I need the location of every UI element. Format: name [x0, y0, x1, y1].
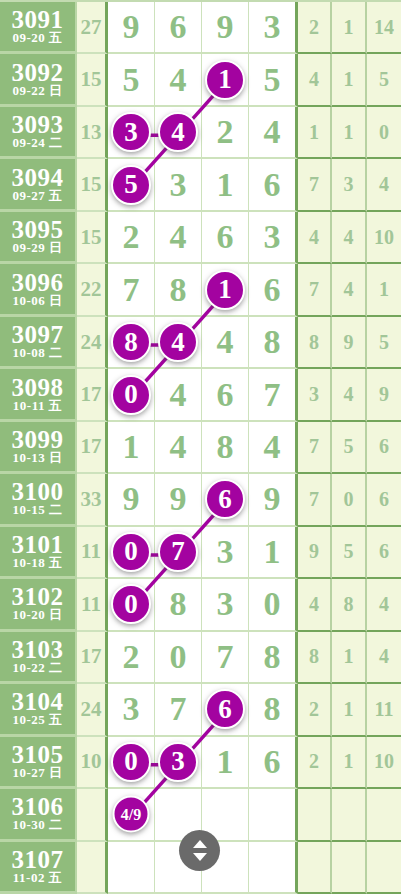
- draw-label-cell: 309610-06 日: [0, 264, 77, 316]
- table-row: 310110-18 五110731956: [0, 527, 401, 579]
- table-row: 310010-15 二339969706: [0, 474, 401, 526]
- digit-value: 3: [264, 218, 281, 256]
- draw-label-cell: 310410-25 五: [0, 684, 77, 736]
- digit-value: 7: [170, 690, 187, 728]
- stat-cell: 6: [367, 527, 401, 579]
- table-row: 309309-24 二133424110: [0, 107, 401, 159]
- digit-value: 7: [264, 376, 281, 414]
- digit-cell: 3: [108, 684, 155, 736]
- digit-value: 3: [217, 585, 234, 623]
- draw-label-cell: 309810-11 五: [0, 369, 77, 421]
- sum-cell: 10: [77, 737, 108, 789]
- circled-number: 6: [205, 689, 245, 729]
- sum-cell: 17: [77, 422, 108, 474]
- digit-cell: 8: [155, 579, 202, 631]
- draw-label-cell: 309409-27 五: [0, 159, 77, 211]
- digit-value: 0: [170, 638, 187, 676]
- digit-value: 4: [170, 61, 187, 99]
- digit-cell: 6: [155, 2, 202, 54]
- digit-cell: 0: [108, 579, 155, 631]
- digit-cell: 7: [155, 527, 202, 579]
- sum-cell: 27: [77, 2, 108, 54]
- stat-cell: 8: [298, 632, 332, 684]
- digit-cell: 5: [108, 159, 155, 211]
- date-label: 09-29 日: [12, 241, 62, 255]
- circled-number: 3: [158, 742, 198, 782]
- stat-cell: 7: [298, 264, 332, 316]
- date-label: 09-27 五: [12, 189, 62, 203]
- digit-value: 6: [217, 376, 234, 414]
- digit-value: 4: [264, 428, 281, 466]
- digit-cell: 6: [202, 369, 249, 421]
- circled-number: 3: [111, 112, 151, 152]
- digit-value: 4: [170, 428, 187, 466]
- digit-cell: [108, 842, 155, 894]
- digit-cell: 5: [108, 54, 155, 106]
- digit-cell: 7: [202, 632, 249, 684]
- circled-number: 5: [111, 165, 151, 205]
- draw-label-cell: 310711-02 五: [0, 842, 77, 894]
- digit-value: 6: [217, 218, 234, 256]
- sum-cell: 11: [77, 579, 108, 631]
- digit-value: 9: [170, 480, 187, 518]
- digit-value: 9: [264, 480, 281, 518]
- stat-cell: 7: [298, 474, 332, 526]
- sum-cell: 22: [77, 264, 108, 316]
- stat-cell: 1: [367, 264, 401, 316]
- table-row: 309610-06 日227816741: [0, 264, 401, 316]
- stat-cell: 9: [298, 527, 332, 579]
- digit-value: 9: [123, 480, 140, 518]
- sum-cell: 15: [77, 159, 108, 211]
- digit-cell: 1: [202, 54, 249, 106]
- period-label: 3105: [12, 743, 64, 766]
- date-label: 09-22 日: [12, 84, 62, 98]
- digit-cell: 3: [155, 159, 202, 211]
- digit-value: 9: [123, 8, 140, 46]
- digit-cell: 9: [108, 474, 155, 526]
- stat-cell: [332, 789, 367, 841]
- digit-cell: 4: [202, 317, 249, 369]
- period-label: 3091: [12, 8, 64, 31]
- digit-cell: 3: [202, 527, 249, 579]
- digit-cell: 4: [155, 422, 202, 474]
- table-row: 310310-22 二172078814: [0, 632, 401, 684]
- forecast-circle: 4/9: [113, 796, 150, 833]
- stat-cell: 4: [332, 264, 367, 316]
- draw-label-cell: 310510-27 日: [0, 737, 77, 789]
- stat-cell: 8: [298, 317, 332, 369]
- digit-value: 4: [217, 323, 234, 361]
- circled-number: 0: [111, 532, 151, 572]
- digit-value: 8: [170, 271, 187, 309]
- stat-cell: [298, 842, 332, 894]
- digit-cell: 4: [249, 422, 298, 474]
- stat-cell: [367, 842, 401, 894]
- digit-value: 6: [264, 743, 281, 781]
- date-label: 10-08 二: [12, 346, 62, 360]
- digit-cell: 2: [202, 107, 249, 159]
- stat-cell: 1: [332, 54, 367, 106]
- stat-cell: 4: [298, 579, 332, 631]
- digit-cell: 1: [249, 527, 298, 579]
- stat-cell: 5: [332, 422, 367, 474]
- digit-cell: 8: [108, 317, 155, 369]
- digit-cell: 0: [249, 579, 298, 631]
- digit-cell: 1: [202, 159, 249, 211]
- trend-table: 309109-20 五2796932114309209-22 日15541541…: [0, 2, 401, 894]
- digit-value: 1: [264, 533, 281, 571]
- digit-cell: 8: [202, 422, 249, 474]
- draw-label-cell: 309209-22 日: [0, 54, 77, 106]
- digit-cell: 3: [202, 579, 249, 631]
- digit-cell: 1: [202, 264, 249, 316]
- digit-cell: 2: [108, 632, 155, 684]
- stat-cell: [367, 789, 401, 841]
- sum-cell: 24: [77, 317, 108, 369]
- digit-cell: 6: [249, 737, 298, 789]
- stat-cell: 3: [332, 159, 367, 211]
- digit-value: 8: [170, 585, 187, 623]
- table-row: 309710-08 二248448895: [0, 317, 401, 369]
- date-label: 10-25 五: [12, 713, 62, 727]
- draw-label-cell: 309109-20 五: [0, 2, 77, 54]
- stat-cell: 1: [298, 107, 332, 159]
- date-label: 10-15 二: [12, 503, 62, 517]
- digit-cell: 4: [155, 212, 202, 264]
- date-label: 11-02 五: [13, 871, 62, 885]
- digit-cell: 9: [108, 2, 155, 54]
- digit-value: 7: [123, 271, 140, 309]
- digit-cell: 9: [155, 474, 202, 526]
- table-row: 309209-22 日155415415: [0, 54, 401, 106]
- digit-cell: 0: [108, 369, 155, 421]
- digit-cell: 0: [108, 527, 155, 579]
- digit-value: 3: [170, 166, 187, 204]
- draw-label-cell: 310110-18 五: [0, 527, 77, 579]
- digit-cell: 4: [155, 54, 202, 106]
- digit-cell: 3: [249, 2, 298, 54]
- stat-cell: 5: [367, 317, 401, 369]
- digit-value: 3: [217, 533, 234, 571]
- sum-cell: 17: [77, 632, 108, 684]
- digit-cell: 8: [155, 264, 202, 316]
- date-label: 10-18 五: [12, 556, 62, 570]
- stat-cell: 10: [367, 212, 401, 264]
- digit-cell: 3: [155, 737, 202, 789]
- table-row: 309409-27 五155316734: [0, 159, 401, 211]
- scroll-toggle-button[interactable]: [179, 830, 220, 871]
- stat-cell: 10: [367, 737, 401, 789]
- digit-cell: 6: [202, 474, 249, 526]
- circled-number: 8: [111, 322, 151, 362]
- table-row: 309109-20 五2796932114: [0, 2, 401, 54]
- stat-cell: [332, 842, 367, 894]
- up-arrow-icon: [193, 840, 207, 848]
- digit-cell: 8: [249, 684, 298, 736]
- period-label: 3098: [12, 376, 64, 399]
- stat-cell: 14: [367, 2, 401, 54]
- period-label: 3096: [12, 271, 64, 294]
- digit-value: 4: [170, 376, 187, 414]
- digit-cell: 3: [249, 212, 298, 264]
- period-label: 3107: [12, 848, 64, 871]
- date-label: 10-22 二: [12, 661, 62, 675]
- circled-number: 4: [158, 322, 198, 362]
- date-label: 10-13 日: [12, 451, 62, 465]
- date-label: 09-24 二: [12, 136, 62, 150]
- period-label: 3097: [12, 323, 64, 346]
- stat-cell: 1: [332, 737, 367, 789]
- stat-cell: 6: [367, 474, 401, 526]
- digit-cell: 4: [249, 107, 298, 159]
- digit-value: 8: [217, 428, 234, 466]
- period-label: 3102: [12, 585, 64, 608]
- digit-cell: 6: [249, 264, 298, 316]
- digit-cell: 0: [155, 632, 202, 684]
- table-row: 309509-29 日1524634410: [0, 212, 401, 264]
- stat-cell: 1: [332, 684, 367, 736]
- sum-cell: [77, 789, 108, 841]
- draw-label-cell: 309910-13 日: [0, 422, 77, 474]
- period-label: 3101: [12, 533, 64, 556]
- digit-cell: 9: [249, 474, 298, 526]
- digit-cell: 1: [202, 737, 249, 789]
- stat-cell: 2: [298, 2, 332, 54]
- draw-label-cell: 310610-30 二: [0, 789, 77, 841]
- circled-number: 1: [205, 60, 245, 100]
- date-label: 10-27 日: [12, 766, 62, 780]
- digit-value: 2: [123, 638, 140, 676]
- digit-cell: 3: [108, 107, 155, 159]
- circled-number: 0: [111, 742, 151, 782]
- digit-value: 7: [217, 638, 234, 676]
- digit-value: 2: [217, 113, 234, 151]
- stat-cell: 8: [332, 579, 367, 631]
- date-label: 09-20 五: [12, 31, 62, 45]
- period-label: 3094: [12, 166, 64, 189]
- lottery-trend-chart: 309109-20 五2796932114309209-22 日15541541…: [0, 0, 401, 894]
- sum-cell: 13: [77, 107, 108, 159]
- stat-cell: 4: [298, 212, 332, 264]
- digit-cell: 4: [155, 317, 202, 369]
- stat-cell: 9: [367, 369, 401, 421]
- period-label: 3104: [12, 690, 64, 713]
- stat-cell: 1: [332, 632, 367, 684]
- digit-cell: 4/9: [108, 789, 155, 841]
- digit-cell: 6: [249, 159, 298, 211]
- stat-cell: 7: [298, 159, 332, 211]
- table-row: 310410-25 五2437682111: [0, 684, 401, 736]
- sum-cell: 15: [77, 54, 108, 106]
- digit-value: 5: [123, 61, 140, 99]
- digit-cell: 2: [108, 212, 155, 264]
- draw-label-cell: 309509-29 日: [0, 212, 77, 264]
- draw-label-cell: 310310-22 二: [0, 632, 77, 684]
- stat-cell: 4: [332, 369, 367, 421]
- digit-cell: 1: [108, 422, 155, 474]
- sum-cell: [77, 842, 108, 894]
- stat-cell: 4: [298, 54, 332, 106]
- stat-cell: 0: [332, 474, 367, 526]
- circled-number: 4: [158, 112, 198, 152]
- stat-cell: 4: [332, 212, 367, 264]
- table-row: 309910-13 日171484756: [0, 422, 401, 474]
- digit-cell: 5: [249, 54, 298, 106]
- date-label: 10-30 二: [12, 818, 62, 832]
- stat-cell: 4: [367, 159, 401, 211]
- digit-cell: [249, 842, 298, 894]
- stat-cell: 1: [332, 2, 367, 54]
- digit-value: 8: [264, 690, 281, 728]
- period-label: 3095: [12, 218, 64, 241]
- digit-cell: 7: [108, 264, 155, 316]
- stat-cell: 5: [332, 527, 367, 579]
- digit-cell: 8: [249, 317, 298, 369]
- digit-cell: 7: [249, 369, 298, 421]
- circled-number: 6: [205, 479, 245, 519]
- stat-cell: 2: [298, 684, 332, 736]
- table-row: 309810-11 五170467349: [0, 369, 401, 421]
- period-label: 3099: [12, 428, 64, 451]
- circled-number: 0: [111, 375, 151, 415]
- draw-label-cell: 310210-20 日: [0, 579, 77, 631]
- digit-value: 9: [217, 8, 234, 46]
- circled-number: 7: [158, 532, 198, 572]
- period-label: 3103: [12, 638, 64, 661]
- digit-value: 1: [217, 743, 234, 781]
- digit-value: 3: [123, 690, 140, 728]
- digit-cell: 7: [155, 684, 202, 736]
- digit-cell: 6: [202, 212, 249, 264]
- digit-value: 4: [170, 218, 187, 256]
- sum-cell: 11: [77, 527, 108, 579]
- draw-label-cell: 309309-24 二: [0, 107, 77, 159]
- stat-cell: [298, 789, 332, 841]
- date-label: 10-20 日: [12, 608, 62, 622]
- period-label: 3093: [12, 113, 64, 136]
- stat-cell: 7: [298, 422, 332, 474]
- digit-cell: [249, 789, 298, 841]
- stat-cell: 1: [332, 107, 367, 159]
- digit-cell: 6: [202, 684, 249, 736]
- period-label: 3100: [12, 480, 64, 503]
- circled-number: 0: [111, 584, 151, 624]
- circled-number: 1: [205, 270, 245, 310]
- period-label: 3106: [12, 795, 64, 818]
- stat-cell: 0: [367, 107, 401, 159]
- stat-cell: 11: [367, 684, 401, 736]
- draw-label-cell: 309710-08 二: [0, 317, 77, 369]
- draw-label-cell: 310010-15 二: [0, 474, 77, 526]
- digit-value: 8: [264, 323, 281, 361]
- date-label: 10-06 日: [12, 294, 62, 308]
- stat-cell: 4: [367, 632, 401, 684]
- digit-cell: 4: [155, 107, 202, 159]
- digit-cell: 8: [249, 632, 298, 684]
- digit-value: 6: [264, 271, 281, 309]
- digit-value: 2: [123, 218, 140, 256]
- sum-cell: 33: [77, 474, 108, 526]
- digit-value: 8: [264, 638, 281, 676]
- sum-cell: 17: [77, 369, 108, 421]
- date-label: 10-11 五: [13, 399, 62, 413]
- digit-value: 3: [264, 8, 281, 46]
- digit-cell: 0: [108, 737, 155, 789]
- period-label: 3092: [12, 61, 64, 84]
- digit-value: 1: [217, 166, 234, 204]
- down-arrow-icon: [193, 853, 207, 861]
- stat-cell: 6: [367, 422, 401, 474]
- sum-cell: 15: [77, 212, 108, 264]
- stat-cell: 9: [332, 317, 367, 369]
- table-row: 310210-20 日110830484: [0, 579, 401, 631]
- digit-value: 4: [264, 113, 281, 151]
- digit-cell: 9: [202, 2, 249, 54]
- digit-value: 6: [170, 8, 187, 46]
- stat-cell: 2: [298, 737, 332, 789]
- digit-value: 1: [123, 428, 140, 466]
- stat-cell: 4: [367, 579, 401, 631]
- stat-cell: 5: [367, 54, 401, 106]
- digit-value: 5: [264, 61, 281, 99]
- sum-cell: 24: [77, 684, 108, 736]
- table-row: 310510-27 日1003162110: [0, 737, 401, 789]
- digit-value: 0: [264, 585, 281, 623]
- digit-value: 6: [264, 166, 281, 204]
- stat-cell: 3: [298, 369, 332, 421]
- digit-cell: 4: [155, 369, 202, 421]
